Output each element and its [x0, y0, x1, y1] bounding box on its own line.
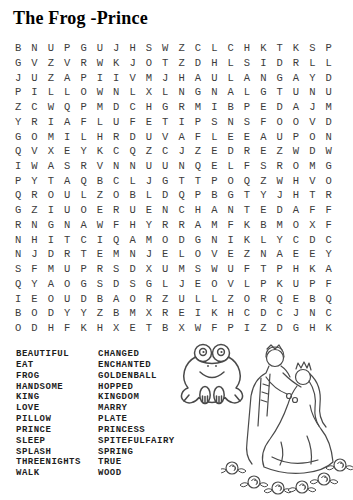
grid-cell[interactable]: Z [10, 100, 26, 115]
grid-cell[interactable]: O [26, 306, 42, 321]
grid-cell[interactable]: E [92, 203, 108, 218]
grid-cell[interactable]: D [124, 262, 140, 277]
grid-cell[interactable]: A [43, 159, 59, 174]
grid-cell[interactable]: P [288, 129, 304, 144]
grid-cell[interactable]: P [10, 85, 26, 100]
grid-cell[interactable]: I [92, 233, 108, 248]
grid-cell[interactable]: Z [43, 56, 59, 71]
grid-cell[interactable]: O [157, 233, 173, 248]
grid-cell[interactable]: P [75, 70, 91, 85]
grid-cell[interactable]: V [206, 247, 222, 262]
grid-cell[interactable]: I [222, 233, 238, 248]
grid-cell[interactable]: L [75, 129, 91, 144]
grid-cell[interactable]: L [59, 85, 75, 100]
grid-cell[interactable]: N [173, 159, 189, 174]
grid-cell[interactable]: N [124, 247, 140, 262]
grid-cell[interactable]: B [92, 174, 108, 189]
grid-cell[interactable]: D [272, 56, 288, 71]
grid-cell[interactable]: H [141, 100, 157, 115]
grid-cell[interactable]: Z [239, 247, 255, 262]
grid-cell[interactable]: O [26, 129, 42, 144]
grid-cell[interactable]: U [288, 85, 304, 100]
grid-cell[interactable]: Y [321, 247, 337, 262]
grid-cell[interactable]: R [75, 56, 91, 71]
grid-cell[interactable]: L [222, 56, 238, 71]
grid-cell[interactable]: N [173, 85, 189, 100]
grid-cell[interactable]: S [10, 262, 26, 277]
grid-cell[interactable]: Q [10, 144, 26, 159]
grid-cell[interactable]: K [304, 262, 320, 277]
grid-cell[interactable]: R [26, 188, 42, 203]
grid-cell[interactable]: E [26, 291, 42, 306]
grid-cell[interactable]: T [255, 262, 271, 277]
grid-cell[interactable]: D [108, 277, 124, 292]
grid-cell[interactable]: H [92, 129, 108, 144]
grid-cell[interactable]: P [321, 41, 337, 56]
grid-cell[interactable]: E [288, 291, 304, 306]
grid-cell[interactable]: U [157, 159, 173, 174]
grid-cell[interactable]: H [288, 174, 304, 189]
grid-cell[interactable]: Y [26, 277, 42, 292]
grid-cell[interactable]: Z [92, 306, 108, 321]
grid-cell[interactable]: R [173, 100, 189, 115]
grid-cell[interactable]: C [272, 306, 288, 321]
grid-cell[interactable]: T [239, 203, 255, 218]
grid-cell[interactable]: O [288, 115, 304, 130]
grid-cell[interactable]: F [190, 129, 206, 144]
grid-cell[interactable]: X [304, 218, 320, 233]
grid-cell[interactable]: G [157, 100, 173, 115]
grid-cell[interactable]: I [92, 70, 108, 85]
grid-cell[interactable]: U [108, 115, 124, 130]
grid-cell[interactable]: F [206, 321, 222, 336]
grid-cell[interactable]: I [10, 291, 26, 306]
grid-cell[interactable]: U [321, 85, 337, 100]
grid-cell[interactable]: Q [173, 188, 189, 203]
grid-cell[interactable]: Y [75, 144, 91, 159]
grid-cell[interactable]: H [124, 41, 140, 56]
grid-cell[interactable]: F [108, 218, 124, 233]
grid-cell[interactable]: T [43, 174, 59, 189]
grid-cell[interactable]: A [190, 218, 206, 233]
grid-cell[interactable]: F [239, 159, 255, 174]
grid-cell[interactable]: F [255, 115, 271, 130]
grid-cell[interactable]: U [222, 262, 238, 277]
grid-cell[interactable]: F [59, 321, 75, 336]
grid-cell[interactable]: B [124, 188, 140, 203]
grid-cell[interactable]: L [239, 277, 255, 292]
grid-cell[interactable]: D [272, 321, 288, 336]
grid-cell[interactable]: N [255, 247, 271, 262]
grid-cell[interactable]: A [255, 129, 271, 144]
grid-cell[interactable]: L [157, 85, 173, 100]
grid-cell[interactable]: D [255, 306, 271, 321]
grid-cell[interactable]: L [43, 85, 59, 100]
grid-cell[interactable]: A [272, 247, 288, 262]
grid-cell[interactable]: Z [272, 144, 288, 159]
grid-cell[interactable]: S [141, 41, 157, 56]
grid-cell[interactable]: G [75, 41, 91, 56]
grid-cell[interactable]: U [124, 203, 140, 218]
grid-cell[interactable]: D [108, 100, 124, 115]
grid-cell[interactable]: L [92, 115, 108, 130]
grid-cell[interactable]: C [288, 233, 304, 248]
grid-cell[interactable]: B [304, 291, 320, 306]
grid-cell[interactable]: S [239, 115, 255, 130]
grid-cell[interactable]: M [321, 100, 337, 115]
grid-cell[interactable]: O [141, 56, 157, 71]
grid-cell[interactable]: E [255, 144, 271, 159]
grid-cell[interactable]: T [141, 321, 157, 336]
grid-cell[interactable]: Q [190, 159, 206, 174]
grid-cell[interactable]: A [59, 174, 75, 189]
grid-cell[interactable]: S [92, 277, 108, 292]
grid-cell[interactable]: H [239, 41, 255, 56]
grid-cell[interactable]: B [206, 188, 222, 203]
grid-cell[interactable]: Z [26, 203, 42, 218]
grid-cell[interactable]: Y [304, 70, 320, 85]
grid-cell[interactable]: G [75, 277, 91, 292]
grid-cell[interactable]: G [157, 174, 173, 189]
grid-cell[interactable]: U [59, 262, 75, 277]
grid-cell[interactable]: S [304, 41, 320, 56]
grid-cell[interactable]: X [141, 306, 157, 321]
grid-cell[interactable]: A [59, 70, 75, 85]
grid-cell[interactable]: U [157, 262, 173, 277]
grid-cell[interactable]: U [59, 188, 75, 203]
grid-cell[interactable]: P [75, 100, 91, 115]
grid-cell[interactable]: N [321, 129, 337, 144]
grid-cell[interactable]: J [157, 70, 173, 85]
grid-cell[interactable]: T [304, 188, 320, 203]
grid-cell[interactable]: E [206, 159, 222, 174]
grid-cell[interactable]: I [26, 85, 42, 100]
grid-cell[interactable]: C [173, 203, 189, 218]
grid-cell[interactable]: V [26, 56, 42, 71]
grid-cell[interactable]: J [272, 188, 288, 203]
grid-cell[interactable]: E [239, 129, 255, 144]
grid-cell[interactable]: L [157, 277, 173, 292]
grid-cell[interactable]: A [75, 218, 91, 233]
grid-cell[interactable]: E [173, 306, 189, 321]
grid-cell[interactable]: A [124, 233, 140, 248]
grid-cell[interactable]: N [26, 41, 42, 56]
grid-cell[interactable]: R [239, 144, 255, 159]
grid-cell[interactable]: U [59, 203, 75, 218]
grid-cell[interactable]: E [141, 115, 157, 130]
grid-cell[interactable]: M [108, 247, 124, 262]
grid-cell[interactable]: D [43, 247, 59, 262]
grid-cell[interactable]: Q [10, 188, 26, 203]
grid-cell[interactable]: B [10, 306, 26, 321]
grid-cell[interactable]: Q [108, 233, 124, 248]
grid-cell[interactable]: M [173, 262, 189, 277]
grid-cell[interactable]: L [173, 247, 189, 262]
grid-cell[interactable]: M [304, 159, 320, 174]
grid-cell[interactable]: M [272, 218, 288, 233]
grid-cell[interactable]: J [141, 247, 157, 262]
grid-cell[interactable]: T [239, 188, 255, 203]
grid-cell[interactable]: Z [43, 70, 59, 85]
grid-cell[interactable]: R [26, 115, 42, 130]
grid-cell[interactable]: E [124, 321, 140, 336]
grid-cell[interactable]: D [321, 115, 337, 130]
grid-cell[interactable]: E [92, 247, 108, 262]
grid-cell[interactable]: W [43, 100, 59, 115]
grid-cell[interactable]: P [272, 262, 288, 277]
grid-cell[interactable]: M [141, 70, 157, 85]
grid-cell[interactable]: Q [10, 277, 26, 292]
grid-cell[interactable]: R [272, 159, 288, 174]
grid-cell[interactable]: V [304, 174, 320, 189]
grid-cell[interactable]: E [141, 203, 157, 218]
grid-cell[interactable]: Y [272, 233, 288, 248]
grid-cell[interactable]: J [288, 306, 304, 321]
grid-cell[interactable]: F [304, 203, 320, 218]
grid-cell[interactable]: V [157, 129, 173, 144]
grid-cell[interactable]: X [141, 85, 157, 100]
grid-cell[interactable]: Z [222, 291, 238, 306]
grid-cell[interactable]: L [255, 233, 271, 248]
grid-cell[interactable]: G [10, 129, 26, 144]
grid-cell[interactable]: E [222, 129, 238, 144]
grid-cell[interactable]: W [288, 144, 304, 159]
grid-cell[interactable]: J [124, 56, 140, 71]
grid-cell[interactable]: B [255, 218, 271, 233]
grid-cell[interactable]: D [321, 70, 337, 85]
grid-cell[interactable]: R [92, 262, 108, 277]
grid-cell[interactable]: U [26, 70, 42, 85]
grid-cell[interactable]: O [43, 291, 59, 306]
grid-cell[interactable]: D [222, 144, 238, 159]
grid-cell[interactable]: Y [26, 174, 42, 189]
grid-cell[interactable]: I [255, 56, 271, 71]
grid-cell[interactable]: P [239, 100, 255, 115]
grid-cell[interactable]: Z [255, 174, 271, 189]
grid-cell[interactable]: W [272, 174, 288, 189]
grid-cell[interactable]: L [239, 85, 255, 100]
grid-cell[interactable]: R [108, 203, 124, 218]
grid-cell[interactable]: P [75, 262, 91, 277]
grid-cell[interactable]: F [321, 277, 337, 292]
grid-cell[interactable]: I [239, 321, 255, 336]
grid-cell[interactable]: R [255, 291, 271, 306]
grid-cell[interactable]: U [288, 277, 304, 292]
grid-cell[interactable]: P [255, 277, 271, 292]
grid-cell[interactable]: Q [75, 174, 91, 189]
grid-cell[interactable]: A [190, 70, 206, 85]
grid-cell[interactable]: Y [255, 188, 271, 203]
grid-cell[interactable]: E [255, 100, 271, 115]
grid-cell[interactable]: M [141, 233, 157, 248]
grid-cell[interactable]: I [206, 100, 222, 115]
grid-cell[interactable]: A [43, 277, 59, 292]
grid-cell[interactable]: D [124, 129, 140, 144]
grid-cell[interactable]: N [59, 218, 75, 233]
grid-cell[interactable]: U [141, 129, 157, 144]
grid-cell[interactable]: H [190, 203, 206, 218]
grid-cell[interactable]: H [124, 218, 140, 233]
grid-cell[interactable]: O [304, 129, 320, 144]
grid-cell[interactable]: O [288, 218, 304, 233]
grid-cell[interactable]: O [272, 115, 288, 130]
grid-cell[interactable]: Z [255, 321, 271, 336]
grid-cell[interactable]: V [304, 115, 320, 130]
grid-cell[interactable]: I [43, 203, 59, 218]
grid-cell[interactable]: R [288, 56, 304, 71]
grid-cell[interactable]: H [26, 233, 42, 248]
grid-cell[interactable]: S [190, 262, 206, 277]
grid-cell[interactable]: Z [157, 291, 173, 306]
grid-cell[interactable]: U [272, 129, 288, 144]
grid-cell[interactable]: U [43, 41, 59, 56]
grid-cell[interactable]: K [288, 41, 304, 56]
grid-cell[interactable]: C [75, 233, 91, 248]
grid-cell[interactable]: L [190, 291, 206, 306]
grid-cell[interactable]: N [10, 247, 26, 262]
grid-cell[interactable]: A [108, 291, 124, 306]
grid-cell[interactable]: W [157, 41, 173, 56]
grid-cell[interactable]: E [157, 247, 173, 262]
grid-cell[interactable]: L [75, 188, 91, 203]
grid-cell[interactable]: W [92, 85, 108, 100]
grid-cell[interactable]: L [206, 129, 222, 144]
grid-cell[interactable]: D [190, 56, 206, 71]
grid-cell[interactable]: Q [321, 291, 337, 306]
grid-cell[interactable]: C [26, 100, 42, 115]
grid-cell[interactable]: P [59, 41, 75, 56]
grid-cell[interactable]: R [157, 306, 173, 321]
grid-cell[interactable]: J [26, 247, 42, 262]
grid-cell[interactable]: E [304, 247, 320, 262]
grid-cell[interactable]: I [10, 159, 26, 174]
grid-cell[interactable]: J [304, 100, 320, 115]
grid-cell[interactable]: T [157, 115, 173, 130]
grid-cell[interactable]: E [190, 277, 206, 292]
grid-cell[interactable]: E [206, 144, 222, 159]
grid-cell[interactable]: D [304, 144, 320, 159]
grid-cell[interactable]: O [43, 188, 59, 203]
grid-cell[interactable]: M [124, 306, 140, 321]
grid-cell[interactable]: D [75, 291, 91, 306]
grid-cell[interactable]: I [173, 115, 189, 130]
grid-cell[interactable]: O [239, 291, 255, 306]
grid-cell[interactable]: L [222, 70, 238, 85]
grid-cell[interactable]: B [108, 306, 124, 321]
grid-cell[interactable]: D [173, 233, 189, 248]
grid-cell[interactable]: I [43, 233, 59, 248]
grid-cell[interactable]: T [75, 247, 91, 262]
grid-cell[interactable]: D [26, 321, 42, 336]
grid-cell[interactable]: J [10, 70, 26, 85]
grid-cell[interactable]: O [288, 159, 304, 174]
grid-cell[interactable]: U [92, 41, 108, 56]
grid-cell[interactable]: N [304, 306, 320, 321]
grid-cell[interactable]: P [222, 321, 238, 336]
grid-cell[interactable]: P [304, 277, 320, 292]
grid-cell[interactable]: X [173, 321, 189, 336]
grid-cell[interactable]: W [26, 159, 42, 174]
grid-cell[interactable]: L [141, 188, 157, 203]
grid-cell[interactable]: K [255, 41, 271, 56]
grid-cell[interactable]: O [59, 277, 75, 292]
grid-cell[interactable]: F [26, 262, 42, 277]
grid-cell[interactable]: T [59, 233, 75, 248]
grid-cell[interactable]: F [124, 115, 140, 130]
grid-cell[interactable]: C [157, 144, 173, 159]
grid-cell[interactable]: E [255, 203, 271, 218]
grid-cell[interactable]: T [272, 41, 288, 56]
grid-cell[interactable]: K [108, 56, 124, 71]
grid-cell[interactable]: N [222, 115, 238, 130]
grid-cell[interactable]: Z [92, 188, 108, 203]
grid-cell[interactable]: E [222, 247, 238, 262]
grid-cell[interactable]: V [59, 56, 75, 71]
grid-cell[interactable]: G [288, 321, 304, 336]
grid-cell[interactable]: G [141, 277, 157, 292]
grid-cell[interactable]: C [108, 174, 124, 189]
grid-cell[interactable]: A [288, 70, 304, 85]
grid-cell[interactable]: G [255, 85, 271, 100]
grid-cell[interactable]: K [272, 277, 288, 292]
grid-cell[interactable]: B [157, 321, 173, 336]
grid-cell[interactable]: K [321, 321, 337, 336]
grid-cell[interactable]: O [321, 174, 337, 189]
grid-cell[interactable]: C [321, 306, 337, 321]
grid-cell[interactable]: L [304, 56, 320, 71]
grid-cell[interactable]: R [173, 218, 189, 233]
grid-cell[interactable]: O [75, 203, 91, 218]
grid-cell[interactable]: S [255, 159, 271, 174]
grid-cell[interactable]: Z [141, 144, 157, 159]
grid-cell[interactable]: U [141, 159, 157, 174]
grid-cell[interactable]: I [108, 70, 124, 85]
grid-cell[interactable]: L [124, 85, 140, 100]
grid-cell[interactable]: P [206, 174, 222, 189]
grid-cell[interactable]: V [26, 144, 42, 159]
grid-cell[interactable]: P [10, 174, 26, 189]
grid-cell[interactable]: H [288, 262, 304, 277]
grid-cell[interactable]: G [10, 56, 26, 71]
grid-cell[interactable]: G [272, 70, 288, 85]
grid-cell[interactable]: F [239, 262, 255, 277]
grid-cell[interactable]: C [190, 41, 206, 56]
grid-cell[interactable]: K [239, 233, 255, 248]
grid-cell[interactable]: S [239, 56, 255, 71]
grid-cell[interactable]: G [10, 203, 26, 218]
grid-cell[interactable]: I [43, 115, 59, 130]
grid-cell[interactable]: N [26, 218, 42, 233]
grid-cell[interactable]: D [272, 100, 288, 115]
grid-cell[interactable]: R [10, 218, 26, 233]
grid-cell[interactable]: Y [59, 306, 75, 321]
grid-cell[interactable]: Q [59, 100, 75, 115]
grid-cell[interactable]: K [75, 321, 91, 336]
grid-cell[interactable]: K [92, 144, 108, 159]
grid-cell[interactable]: O [124, 291, 140, 306]
grid-cell[interactable]: U [206, 70, 222, 85]
grid-cell[interactable]: L [124, 174, 140, 189]
grid-cell[interactable]: R [59, 247, 75, 262]
grid-cell[interactable]: M [206, 218, 222, 233]
grid-cell[interactable]: R [321, 188, 337, 203]
grid-cell[interactable]: N [10, 233, 26, 248]
grid-cell[interactable]: S [59, 159, 75, 174]
grid-cell[interactable]: V [222, 277, 238, 292]
grid-cell[interactable]: R [141, 291, 157, 306]
grid-cell[interactable]: R [75, 159, 91, 174]
grid-cell[interactable]: S [124, 277, 140, 292]
